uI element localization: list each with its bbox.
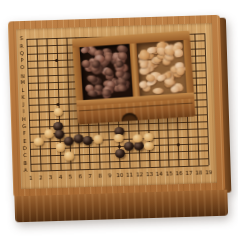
row-label-C: C [23, 154, 27, 159]
row-label-M: M [21, 80, 25, 85]
white-stone-2E[interactable] [34, 137, 44, 146]
row-label-F: F [23, 132, 26, 137]
column-label-14: 14 [156, 172, 163, 178]
black-stone-11D[interactable] [123, 141, 133, 150]
white-stone-3F[interactable] [44, 129, 54, 138]
white-stone-compartment [136, 40, 187, 96]
column-label-1: 1 [29, 176, 33, 182]
white-stone-in-box [173, 49, 183, 58]
row-label-D: D [23, 146, 27, 151]
row-label-K: K [22, 95, 25, 100]
row-label-Q: Q [20, 51, 24, 56]
column-label-13: 13 [146, 172, 153, 178]
black-stone-12D[interactable] [134, 141, 144, 150]
row-label-N: N [21, 73, 25, 78]
white-stone-in-box [153, 88, 164, 94]
column-label-10: 10 [116, 173, 123, 179]
white-stone-13E[interactable] [144, 133, 154, 142]
white-stone-8E[interactable] [93, 135, 103, 144]
column-label-3: 3 [49, 175, 53, 181]
product-photo-go-set: ABCDEFGHIJKLMNOPQRS 12345678910111213141… [0, 0, 238, 238]
column-label-4: 4 [59, 175, 63, 181]
white-stone-in-box [139, 52, 150, 60]
black-stone-4F[interactable] [54, 129, 64, 138]
row-label-A: A [24, 168, 28, 173]
black-stone-compartment [79, 44, 132, 100]
row-label-R: R [20, 44, 24, 49]
row-label-G: G [22, 124, 26, 129]
board-front-side-face [14, 190, 228, 223]
column-label-16: 16 [175, 171, 182, 177]
row-letter-labels: ABCDEFGHIJKLMNOPQRS [16, 23, 212, 29]
row-label-O: O [20, 66, 24, 71]
column-label-9: 9 [108, 173, 112, 179]
white-stone-12E[interactable] [133, 134, 143, 143]
column-label-8: 8 [98, 174, 102, 180]
white-stone-5C[interactable] [64, 152, 74, 161]
column-label-5: 5 [69, 175, 73, 181]
white-stone-4I[interactable] [53, 108, 63, 117]
row-label-B: B [24, 161, 28, 166]
black-stone-in-box [87, 90, 98, 97]
column-label-19: 19 [205, 170, 212, 176]
go-board: ABCDEFGHIJKLMNOPQRS 12345678910111213141… [8, 15, 232, 224]
black-stone-7E[interactable] [83, 136, 93, 145]
star-point [57, 102, 60, 105]
star-point [177, 143, 180, 146]
row-label-I: I [23, 110, 25, 115]
column-number-labels: 12345678910111213141516171819 [16, 23, 212, 29]
column-label-11: 11 [126, 173, 133, 179]
column-label-2: 2 [39, 175, 43, 181]
white-stone-10E[interactable] [114, 134, 124, 143]
black-stone-in-box [117, 85, 127, 91]
column-label-17: 17 [185, 171, 192, 177]
black-stone-5E[interactable] [63, 136, 73, 145]
black-stone-10C[interactable] [114, 149, 124, 158]
column-label-18: 18 [195, 170, 202, 176]
row-label-H: H [22, 117, 26, 122]
column-label-15: 15 [166, 171, 173, 177]
row-label-L: L [22, 88, 25, 93]
stone-box[interactable] [72, 31, 196, 125]
white-stone-4D[interactable] [55, 143, 65, 152]
row-label-E: E [23, 139, 26, 144]
row-label-J: J [23, 103, 25, 108]
white-stone-13D[interactable] [144, 142, 154, 151]
finger-notch[interactable] [121, 112, 138, 121]
row-label-P: P [21, 58, 24, 63]
star-point [55, 58, 58, 61]
row-label-S: S [20, 37, 23, 42]
column-label-7: 7 [88, 174, 92, 180]
star-point [117, 145, 120, 148]
column-label-6: 6 [78, 174, 82, 180]
column-label-12: 12 [136, 172, 143, 178]
